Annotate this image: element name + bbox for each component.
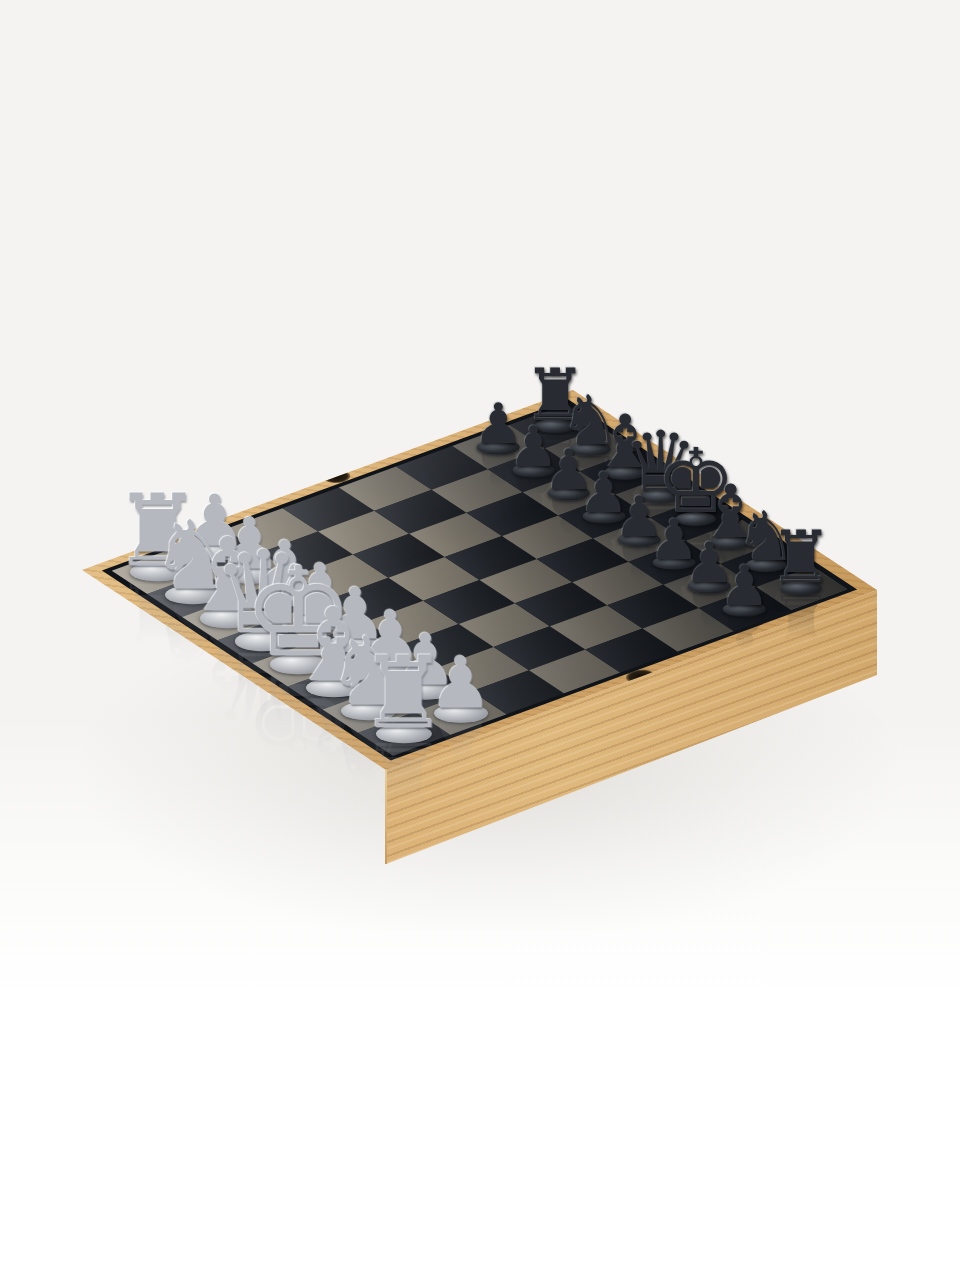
product-photo-scene: ♜♜♞♞♝♝♛♛♚♚♝♝♞♞♜♜♟♟♟♟♟♟♟♟♟♟♟♟♟♟♟♟♟♟♟♟♟♟♟♟…: [0, 0, 960, 1280]
box-corner-edge: [385, 770, 387, 864]
